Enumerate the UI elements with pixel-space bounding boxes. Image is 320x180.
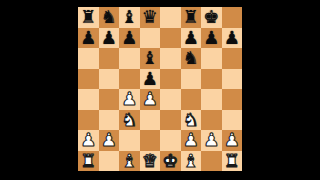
square-g6[interactable]: [201, 48, 222, 69]
square-h7[interactable]: ♟: [222, 28, 243, 49]
square-g2[interactable]: ♟: [201, 130, 222, 151]
square-f8[interactable]: ♜: [181, 7, 202, 28]
square-h6[interactable]: [222, 48, 243, 69]
square-b2[interactable]: ♟: [99, 130, 120, 151]
square-h1[interactable]: ♜: [222, 151, 243, 172]
piece-black-pawn[interactable]: ♟: [80, 28, 96, 48]
square-e7[interactable]: [160, 28, 181, 49]
piece-black-pawn[interactable]: ♟: [183, 28, 199, 48]
square-b7[interactable]: ♟: [99, 28, 120, 49]
square-b5[interactable]: [99, 69, 120, 90]
square-e3[interactable]: [160, 110, 181, 131]
square-f4[interactable]: [181, 89, 202, 110]
square-a6[interactable]: [78, 48, 99, 69]
chess-board: ♜♞♝♛♜♚♟♟♟♟♟♟♝♞♟♟♟♞♞♟♟♟♟♟♜♝♛♚♝♜: [78, 7, 242, 171]
square-c1[interactable]: ♝: [119, 151, 140, 172]
square-b6[interactable]: [99, 48, 120, 69]
piece-black-pawn[interactable]: ♟: [142, 69, 158, 89]
square-c7[interactable]: ♟: [119, 28, 140, 49]
piece-black-rook[interactable]: ♜: [80, 7, 96, 27]
square-e2[interactable]: [160, 130, 181, 151]
piece-black-knight[interactable]: ♞: [183, 48, 199, 68]
piece-white-knight[interactable]: ♞: [183, 110, 199, 130]
square-d2[interactable]: [140, 130, 161, 151]
piece-white-knight[interactable]: ♞: [121, 110, 137, 130]
piece-white-pawn[interactable]: ♟: [101, 130, 117, 150]
square-f5[interactable]: [181, 69, 202, 90]
square-c5[interactable]: [119, 69, 140, 90]
square-d6[interactable]: ♝: [140, 48, 161, 69]
piece-black-pawn[interactable]: ♟: [121, 28, 137, 48]
square-f1[interactable]: ♝: [181, 151, 202, 172]
square-c2[interactable]: [119, 130, 140, 151]
square-h4[interactable]: [222, 89, 243, 110]
square-g1[interactable]: [201, 151, 222, 172]
square-g8[interactable]: ♚: [201, 7, 222, 28]
square-d7[interactable]: [140, 28, 161, 49]
square-h3[interactable]: [222, 110, 243, 131]
piece-black-bishop[interactable]: ♝: [121, 7, 137, 27]
square-g7[interactable]: ♟: [201, 28, 222, 49]
square-f3[interactable]: ♞: [181, 110, 202, 131]
square-a8[interactable]: ♜: [78, 7, 99, 28]
piece-white-pawn[interactable]: ♟: [142, 89, 158, 109]
square-a3[interactable]: [78, 110, 99, 131]
square-c3[interactable]: ♞: [119, 110, 140, 131]
square-c4[interactable]: ♟: [119, 89, 140, 110]
piece-black-pawn[interactable]: ♟: [101, 28, 117, 48]
piece-white-queen[interactable]: ♛: [142, 151, 158, 171]
square-d5[interactable]: ♟: [140, 69, 161, 90]
piece-black-queen[interactable]: ♛: [142, 7, 158, 27]
piece-white-pawn[interactable]: ♟: [224, 130, 240, 150]
piece-black-king[interactable]: ♚: [203, 7, 219, 27]
square-e5[interactable]: [160, 69, 181, 90]
square-g3[interactable]: [201, 110, 222, 131]
square-d1[interactable]: ♛: [140, 151, 161, 172]
square-b4[interactable]: [99, 89, 120, 110]
piece-black-knight[interactable]: ♞: [101, 7, 117, 27]
square-g5[interactable]: [201, 69, 222, 90]
piece-black-rook[interactable]: ♜: [183, 7, 199, 27]
square-e4[interactable]: [160, 89, 181, 110]
piece-black-pawn[interactable]: ♟: [224, 28, 240, 48]
square-d3[interactable]: [140, 110, 161, 131]
square-g4[interactable]: [201, 89, 222, 110]
square-e1[interactable]: ♚: [160, 151, 181, 172]
square-a7[interactable]: ♟: [78, 28, 99, 49]
square-h5[interactable]: [222, 69, 243, 90]
piece-white-rook[interactable]: ♜: [224, 151, 240, 171]
letterboxed-background: ♜♞♝♛♜♚♟♟♟♟♟♟♝♞♟♟♟♞♞♟♟♟♟♟♜♝♛♚♝♜: [0, 0, 320, 180]
square-b3[interactable]: [99, 110, 120, 131]
square-c8[interactable]: ♝: [119, 7, 140, 28]
square-e6[interactable]: [160, 48, 181, 69]
square-a4[interactable]: [78, 89, 99, 110]
piece-white-pawn[interactable]: ♟: [121, 89, 137, 109]
piece-black-bishop[interactable]: ♝: [142, 48, 158, 68]
piece-white-king[interactable]: ♚: [162, 151, 178, 171]
piece-white-bishop[interactable]: ♝: [183, 151, 199, 171]
square-h8[interactable]: [222, 7, 243, 28]
square-h2[interactable]: ♟: [222, 130, 243, 151]
square-d8[interactable]: ♛: [140, 7, 161, 28]
square-a2[interactable]: ♟: [78, 130, 99, 151]
piece-white-pawn[interactable]: ♟: [183, 130, 199, 150]
square-a5[interactable]: [78, 69, 99, 90]
square-d4[interactable]: ♟: [140, 89, 161, 110]
square-c6[interactable]: [119, 48, 140, 69]
square-b1[interactable]: [99, 151, 120, 172]
square-f6[interactable]: ♞: [181, 48, 202, 69]
square-f2[interactable]: ♟: [181, 130, 202, 151]
square-e8[interactable]: [160, 7, 181, 28]
piece-white-rook[interactable]: ♜: [80, 151, 96, 171]
piece-white-pawn[interactable]: ♟: [80, 130, 96, 150]
square-f7[interactable]: ♟: [181, 28, 202, 49]
square-a1[interactable]: ♜: [78, 151, 99, 172]
piece-black-pawn[interactable]: ♟: [203, 28, 219, 48]
square-b8[interactable]: ♞: [99, 7, 120, 28]
piece-white-bishop[interactable]: ♝: [121, 151, 137, 171]
piece-white-pawn[interactable]: ♟: [203, 130, 219, 150]
